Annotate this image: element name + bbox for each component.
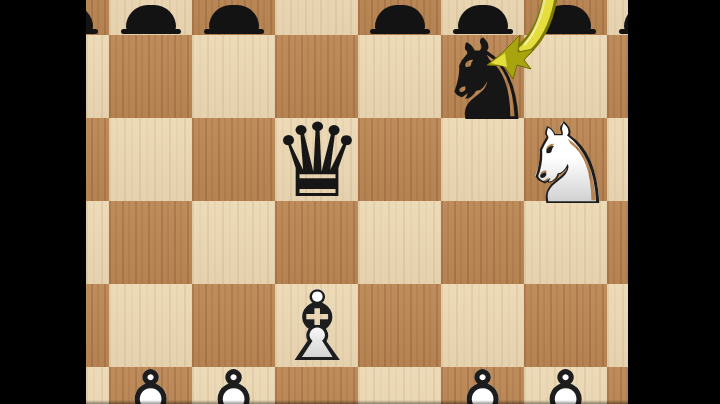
white-pawn-glyph: ♟♙ <box>519 357 612 404</box>
letterbox-left-bar <box>0 0 86 404</box>
white-bishop-d3[interactable]: ♝♗ <box>275 284 358 367</box>
black-knight-f6[interactable]: ♞ <box>441 35 524 118</box>
black-pawn-head <box>375 5 425 32</box>
black-pawn-a7[interactable] <box>86 0 109 35</box>
piece-outline: ♗ <box>274 278 361 375</box>
white-pawn-c2[interactable]: ♟♙ <box>192 367 275 404</box>
black-pawn-head <box>126 5 176 32</box>
white-pawn-glyph: ♟♙ <box>436 357 529 404</box>
white-pawn-g2[interactable]: ♟♙ <box>524 367 607 404</box>
video-frame: ♞♛♞♘♝♗♟♙♟♙♟♙♟♙♟♙ <box>0 0 720 404</box>
black-queen-d5[interactable]: ♛ <box>275 118 358 201</box>
piece-outline: ♙ <box>104 357 197 404</box>
white-bishop-glyph: ♝♗ <box>274 278 361 375</box>
white-knight-g5[interactable]: ♞♘ <box>524 118 607 201</box>
piece-outline: ♙ <box>187 357 280 404</box>
piece-outline: ♙ <box>436 357 529 404</box>
square-e6[interactable] <box>358 35 441 118</box>
square-b5[interactable] <box>109 118 192 201</box>
square-b4[interactable] <box>109 201 192 284</box>
black-pawn-h7[interactable] <box>607 0 628 35</box>
square-e4[interactable] <box>358 201 441 284</box>
white-pawn-glyph: ♟♙ <box>187 357 280 404</box>
square-a6[interactable] <box>86 35 109 118</box>
black-pawn-head <box>209 5 259 32</box>
black-pawn-head <box>86 5 93 32</box>
white-pawn-f2[interactable]: ♟♙ <box>441 367 524 404</box>
square-b6[interactable] <box>109 35 192 118</box>
chess-board: ♞♛♞♘♝♗♟♙♟♙♟♙♟♙♟♙ <box>86 0 628 404</box>
square-e2[interactable] <box>358 367 441 404</box>
black-queen-glyph: ♛ <box>272 110 363 212</box>
letterbox-right-bar <box>628 0 720 404</box>
bottom-vignette <box>0 400 720 404</box>
black-pawn-head <box>541 5 591 32</box>
square-e5[interactable] <box>358 118 441 201</box>
square-c5[interactable] <box>192 118 275 201</box>
black-pawn-c7[interactable] <box>192 0 275 35</box>
square-c4[interactable] <box>192 201 275 284</box>
white-pawn-b2[interactable]: ♟♙ <box>109 367 192 404</box>
board-viewport: ♞♛♞♘♝♗♟♙♟♙♟♙♟♙♟♙ <box>86 0 628 404</box>
white-knight-glyph: ♞♘ <box>517 108 617 220</box>
square-a4[interactable] <box>86 201 109 284</box>
black-pawn-e7[interactable] <box>358 0 441 35</box>
square-f4[interactable] <box>441 201 524 284</box>
white-pawn-glyph: ♟♙ <box>104 357 197 404</box>
square-a5[interactable] <box>86 118 109 201</box>
piece-outline: ♘ <box>517 108 617 220</box>
square-e3[interactable] <box>358 284 441 367</box>
square-c6[interactable] <box>192 35 275 118</box>
square-d7[interactable] <box>275 0 358 35</box>
black-pawn-b7[interactable] <box>109 0 192 35</box>
piece-outline: ♙ <box>519 357 612 404</box>
